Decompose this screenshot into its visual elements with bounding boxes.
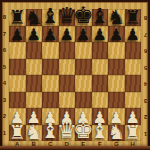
square-g7[interactable]: ♟ xyxy=(108,26,125,43)
square-a7[interactable]: ♟ xyxy=(9,26,26,43)
square-b6[interactable] xyxy=(26,42,43,59)
square-d5[interactable] xyxy=(59,59,76,76)
board-grid: ♜♞♝♛♚♝♞♜♟♟♟♟♟♟♟♟♟♟♟♟♟♟♟♟♜♞♝♛♚♝♞♜ xyxy=(9,9,141,141)
square-h1[interactable]: ♜ xyxy=(125,125,142,142)
square-b5[interactable] xyxy=(26,59,43,76)
rank-label: 6 xyxy=(1,42,8,59)
rank-label: 2 xyxy=(1,108,8,125)
square-h3[interactable] xyxy=(125,92,142,109)
rank-label: 1 xyxy=(142,125,149,142)
rank-label: 4 xyxy=(1,75,8,92)
rank-label: 3 xyxy=(1,92,8,109)
square-c7[interactable]: ♟ xyxy=(42,26,59,43)
square-b4[interactable] xyxy=(26,75,43,92)
rank-label: 2 xyxy=(142,108,149,125)
rank-label: 4 xyxy=(142,75,149,92)
square-a3[interactable] xyxy=(9,92,26,109)
black-knight[interactable]: ♞ xyxy=(107,7,125,27)
square-f8[interactable]: ♝ xyxy=(92,9,109,26)
square-c4[interactable] xyxy=(42,75,59,92)
square-a1[interactable]: ♜ xyxy=(9,125,26,142)
square-f3[interactable] xyxy=(92,92,109,109)
square-h7[interactable]: ♟ xyxy=(125,26,142,43)
file-label: H xyxy=(125,140,142,147)
rank-label: 7 xyxy=(142,26,149,43)
chess-board: ♜♞♝♛♚♝♞♜♟♟♟♟♟♟♟♟♟♟♟♟♟♟♟♟♜♞♝♛♚♝♞♜ 8765432… xyxy=(0,0,150,150)
square-g8[interactable]: ♞ xyxy=(108,9,125,26)
file-label: A xyxy=(9,140,26,147)
rank-label: 5 xyxy=(142,59,149,76)
rank-label: 5 xyxy=(1,59,8,76)
black-rook[interactable]: ♜ xyxy=(9,8,26,27)
square-e4[interactable] xyxy=(75,75,92,92)
black-pawn[interactable]: ♟ xyxy=(10,27,24,43)
square-d6[interactable] xyxy=(59,42,76,59)
file-label: C xyxy=(42,140,59,147)
rank-label: 8 xyxy=(142,9,149,26)
square-h4[interactable] xyxy=(125,75,142,92)
square-f7[interactable]: ♟ xyxy=(92,26,109,43)
square-g5[interactable] xyxy=(108,59,125,76)
rank-labels-left: 87654321 xyxy=(1,9,8,141)
square-b8[interactable]: ♞ xyxy=(26,9,43,26)
black-pawn[interactable]: ♟ xyxy=(126,27,140,43)
rank-label: 6 xyxy=(142,42,149,59)
square-a5[interactable] xyxy=(9,59,26,76)
black-pawn[interactable]: ♟ xyxy=(43,27,57,43)
rank-labels-right: 87654321 xyxy=(142,9,149,141)
rank-label: 8 xyxy=(1,9,8,26)
file-label: F xyxy=(92,140,109,147)
square-b1[interactable]: ♞ xyxy=(26,125,43,142)
white-knight[interactable]: ♞ xyxy=(107,122,125,142)
square-e6[interactable] xyxy=(75,42,92,59)
black-pawn[interactable]: ♟ xyxy=(109,27,123,43)
square-h5[interactable] xyxy=(125,59,142,76)
square-g1[interactable]: ♞ xyxy=(108,125,125,142)
square-f1[interactable]: ♝ xyxy=(92,125,109,142)
square-c3[interactable] xyxy=(42,92,59,109)
square-c6[interactable] xyxy=(42,42,59,59)
rank-label: 1 xyxy=(1,125,8,142)
file-label: D xyxy=(59,140,76,147)
square-e7[interactable]: ♟ xyxy=(75,26,92,43)
black-pawn[interactable]: ♟ xyxy=(76,27,90,43)
square-e3[interactable] xyxy=(75,92,92,109)
square-g6[interactable] xyxy=(108,42,125,59)
square-b7[interactable]: ♟ xyxy=(26,26,43,43)
square-d7[interactable]: ♟ xyxy=(59,26,76,43)
square-f5[interactable] xyxy=(92,59,109,76)
square-h6[interactable] xyxy=(125,42,142,59)
square-f6[interactable] xyxy=(92,42,109,59)
black-rook[interactable]: ♜ xyxy=(124,8,141,27)
rank-label: 3 xyxy=(142,92,149,109)
square-c5[interactable] xyxy=(42,59,59,76)
square-a8[interactable]: ♜ xyxy=(9,9,26,26)
square-e8[interactable]: ♚ xyxy=(75,9,92,26)
square-f4[interactable] xyxy=(92,75,109,92)
square-h8[interactable]: ♜ xyxy=(125,9,142,26)
black-pawn[interactable]: ♟ xyxy=(93,27,107,43)
square-a6[interactable] xyxy=(9,42,26,59)
square-g4[interactable] xyxy=(108,75,125,92)
square-d3[interactable] xyxy=(59,92,76,109)
file-label: G xyxy=(108,140,125,147)
black-pawn[interactable]: ♟ xyxy=(27,27,41,43)
square-b3[interactable] xyxy=(26,92,43,109)
square-a4[interactable] xyxy=(9,75,26,92)
square-d4[interactable] xyxy=(59,75,76,92)
square-e5[interactable] xyxy=(75,59,92,76)
square-g3[interactable] xyxy=(108,92,125,109)
file-labels-bottom: ABCDEFGH xyxy=(9,140,141,147)
square-e1[interactable]: ♚ xyxy=(75,125,92,142)
file-label: E xyxy=(75,140,92,147)
black-pawn[interactable]: ♟ xyxy=(60,27,74,43)
file-label: B xyxy=(26,140,43,147)
rank-label: 7 xyxy=(1,26,8,43)
